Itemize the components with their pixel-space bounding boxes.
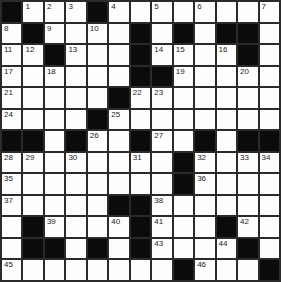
cell-r5-c8[interactable] — [174, 110, 193, 130]
clue-number-45: 45 — [4, 260, 13, 269]
cell-r3-c0[interactable]: 17 — [2, 67, 21, 87]
clue-number-26: 26 — [90, 131, 99, 140]
cell-r7-c1[interactable]: 29 — [23, 153, 42, 173]
cell-r5-c3[interactable] — [66, 110, 85, 130]
cell-r2-c4[interactable] — [88, 45, 107, 65]
cell-r1-c6 — [131, 24, 150, 44]
cell-r7-c12[interactable]: 34 — [260, 153, 279, 173]
clue-number-30: 30 — [68, 153, 77, 162]
cell-r8-c4[interactable] — [88, 174, 107, 194]
clue-number-42: 42 — [240, 217, 249, 226]
crossword-board: 1234567891011121314151617181920212223242… — [0, 0, 281, 282]
cell-r10-c3[interactable] — [66, 217, 85, 237]
cell-r2-c9[interactable] — [195, 45, 214, 65]
cell-r12-c3[interactable] — [66, 260, 85, 280]
cell-r7-c3[interactable]: 30 — [66, 153, 85, 173]
cell-r1-c4[interactable]: 10 — [88, 24, 107, 44]
cell-r2-c6 — [131, 45, 150, 65]
cell-r0-c0 — [2, 2, 21, 22]
cell-r3-c3[interactable] — [66, 67, 85, 87]
cell-r12-c9[interactable]: 46 — [195, 260, 214, 280]
cell-r5-c5[interactable]: 25 — [109, 110, 128, 130]
cell-r12-c8 — [174, 260, 193, 280]
cell-r12-c4[interactable] — [88, 260, 107, 280]
cell-r12-c12 — [260, 260, 279, 280]
cell-r11-c12[interactable] — [260, 239, 279, 259]
cell-r3-c7 — [152, 67, 171, 87]
cell-r7-c9[interactable]: 32 — [195, 153, 214, 173]
cell-r3-c8[interactable]: 19 — [174, 67, 193, 87]
cell-r6-c8[interactable] — [174, 131, 193, 151]
cell-r5-c1[interactable] — [23, 110, 42, 130]
clue-number-38: 38 — [154, 196, 163, 205]
cell-r4-c12[interactable] — [260, 88, 279, 108]
cell-r6-c4[interactable]: 26 — [88, 131, 107, 151]
cell-r6-c7[interactable]: 27 — [152, 131, 171, 151]
cell-r9-c0[interactable]: 37 — [2, 196, 21, 216]
cell-r10-c12[interactable] — [260, 217, 279, 237]
cell-r6-c10[interactable] — [217, 131, 236, 151]
cell-r9-c2[interactable] — [45, 196, 64, 216]
cell-r8-c7[interactable] — [152, 174, 171, 194]
cell-r10-c0[interactable] — [2, 217, 21, 237]
clue-number-4: 4 — [111, 2, 115, 11]
cell-r1-c3[interactable] — [66, 24, 85, 44]
cell-r9-c6 — [131, 196, 150, 216]
cell-r5-c11[interactable] — [238, 110, 257, 130]
cell-r4-c3[interactable] — [66, 88, 85, 108]
cell-r10-c1 — [23, 217, 42, 237]
clue-number-25: 25 — [111, 110, 120, 119]
cell-r11-c1 — [23, 239, 42, 259]
clue-number-31: 31 — [133, 153, 142, 162]
cell-r6-c12 — [260, 131, 279, 151]
cell-r3-c11[interactable]: 20 — [238, 67, 257, 87]
cell-r7-c2[interactable] — [45, 153, 64, 173]
cell-r8-c6[interactable] — [131, 174, 150, 194]
cell-r9-c3[interactable] — [66, 196, 85, 216]
clue-number-34: 34 — [262, 153, 271, 162]
cell-r8-c10[interactable] — [217, 174, 236, 194]
cell-r2-c3[interactable]: 13 — [66, 45, 85, 65]
cell-r3-c10[interactable] — [217, 67, 236, 87]
cell-r11-c7[interactable]: 43 — [152, 239, 171, 259]
cell-r11-c9[interactable] — [195, 239, 214, 259]
cell-r12-c7[interactable] — [152, 260, 171, 280]
clue-number-17: 17 — [4, 67, 13, 76]
cell-r12-c10[interactable] — [217, 260, 236, 280]
cell-r2-c2 — [45, 45, 64, 65]
cell-r0-c10[interactable] — [217, 2, 236, 22]
cell-r7-c10[interactable] — [217, 153, 236, 173]
cell-r9-c11[interactable] — [238, 196, 257, 216]
cell-r10-c9[interactable] — [195, 217, 214, 237]
cell-r11-c3[interactable] — [66, 239, 85, 259]
clue-number-44: 44 — [219, 239, 228, 248]
clue-number-22: 22 — [133, 88, 142, 97]
clue-number-8: 8 — [4, 24, 8, 33]
clue-number-19: 19 — [176, 67, 185, 76]
cell-r7-c0[interactable]: 28 — [2, 153, 21, 173]
cell-r2-c1[interactable]: 12 — [23, 45, 42, 65]
cell-r5-c2[interactable] — [45, 110, 64, 130]
clue-number-40: 40 — [111, 217, 120, 226]
cell-r4-c10[interactable] — [217, 88, 236, 108]
cell-r3-c12[interactable] — [260, 67, 279, 87]
cell-r11-c4 — [88, 239, 107, 259]
cell-r1-c10 — [217, 24, 236, 44]
cell-r5-c4 — [88, 110, 107, 130]
clue-number-5: 5 — [154, 2, 158, 11]
cell-r0-c5[interactable]: 4 — [109, 2, 128, 22]
cell-r2-c8[interactable]: 15 — [174, 45, 193, 65]
cell-r5-c10[interactable] — [217, 110, 236, 130]
clue-number-39: 39 — [47, 217, 56, 226]
cell-r10-c7[interactable]: 41 — [152, 217, 171, 237]
clue-number-36: 36 — [197, 174, 206, 183]
cell-r8-c5[interactable] — [109, 174, 128, 194]
cell-r9-c1[interactable] — [23, 196, 42, 216]
cell-r5-c0[interactable]: 24 — [2, 110, 21, 130]
cell-r7-c11[interactable]: 33 — [238, 153, 257, 173]
cell-r5-c6[interactable] — [131, 110, 150, 130]
cell-r4-c11[interactable] — [238, 88, 257, 108]
clue-number-43: 43 — [154, 239, 163, 248]
cell-r8-c12[interactable] — [260, 174, 279, 194]
cell-r0-c7[interactable]: 5 — [152, 2, 171, 22]
clue-number-14: 14 — [154, 45, 163, 54]
cell-r2-c10[interactable]: 16 — [217, 45, 236, 65]
clue-number-11: 11 — [4, 45, 12, 54]
cell-r0-c8[interactable] — [174, 2, 193, 22]
clue-number-27: 27 — [154, 131, 163, 140]
cell-r10-c5[interactable]: 40 — [109, 217, 128, 237]
cell-r3-c4[interactable] — [88, 67, 107, 87]
cell-r0-c9[interactable]: 6 — [195, 2, 214, 22]
cell-r1-c11 — [238, 24, 257, 44]
cell-r3-c9[interactable] — [195, 67, 214, 87]
clue-number-18: 18 — [47, 67, 56, 76]
cell-r6-c9 — [195, 131, 214, 151]
clue-number-2: 2 — [47, 2, 51, 11]
cell-r0-c12[interactable]: 7 — [260, 2, 279, 22]
cell-r8-c2[interactable] — [45, 174, 64, 194]
clue-number-20: 20 — [240, 67, 249, 76]
cell-r4-c2[interactable] — [45, 88, 64, 108]
cell-r2-c7[interactable]: 14 — [152, 45, 171, 65]
cell-r4-c8[interactable] — [174, 88, 193, 108]
cell-r10-c2[interactable]: 39 — [45, 217, 64, 237]
cell-r4-c4[interactable] — [88, 88, 107, 108]
cell-r12-c1[interactable] — [23, 260, 42, 280]
cell-r2-c11 — [238, 45, 257, 65]
cell-r4-c7[interactable]: 23 — [152, 88, 171, 108]
clue-number-9: 9 — [47, 24, 51, 33]
cell-r5-c7[interactable] — [152, 110, 171, 130]
cell-r10-c8[interactable] — [174, 217, 193, 237]
cell-r1-c12[interactable] — [260, 24, 279, 44]
cell-r1-c0[interactable]: 8 — [2, 24, 21, 44]
cell-r3-c5[interactable] — [109, 67, 128, 87]
cell-r9-c10[interactable] — [217, 196, 236, 216]
cell-r10-c10 — [217, 217, 236, 237]
cell-r0-c1[interactable]: 1 — [23, 2, 42, 22]
clue-number-7: 7 — [262, 2, 266, 11]
cell-r3-c6 — [131, 67, 150, 87]
cell-r0-c4 — [88, 2, 107, 22]
cell-r2-c12[interactable] — [260, 45, 279, 65]
cell-r8-c3[interactable] — [66, 174, 85, 194]
cell-r11-c2 — [45, 239, 64, 259]
cell-r12-c2[interactable] — [45, 260, 64, 280]
cell-r9-c7[interactable]: 38 — [152, 196, 171, 216]
clue-number-15: 15 — [176, 45, 185, 54]
cell-r6-c3 — [66, 131, 85, 151]
cell-r11-c8[interactable] — [174, 239, 193, 259]
cell-r0-c3[interactable]: 3 — [66, 2, 85, 22]
cell-r8-c1[interactable] — [23, 174, 42, 194]
cell-r11-c6 — [131, 239, 150, 259]
clue-number-6: 6 — [197, 2, 201, 11]
cell-r4-c6[interactable]: 22 — [131, 88, 150, 108]
cell-r9-c8[interactable] — [174, 196, 193, 216]
clue-number-37: 37 — [4, 196, 13, 205]
cell-r12-c11[interactable] — [238, 260, 257, 280]
clue-number-3: 3 — [68, 2, 72, 11]
cell-r0-c6[interactable] — [131, 2, 150, 22]
cell-r5-c12[interactable] — [260, 110, 279, 130]
cell-r11-c11 — [238, 239, 257, 259]
cell-r2-c5[interactable] — [109, 45, 128, 65]
cell-r6-c2[interactable] — [45, 131, 64, 151]
cell-r12-c6[interactable] — [131, 260, 150, 280]
cell-r9-c9[interactable] — [195, 196, 214, 216]
clue-number-1: 1 — [25, 2, 29, 11]
cell-r1-c8 — [174, 24, 193, 44]
cell-r8-c0[interactable]: 35 — [2, 174, 21, 194]
cell-r0-c2[interactable]: 2 — [45, 2, 64, 22]
cell-r11-c5[interactable] — [109, 239, 128, 259]
clue-number-13: 13 — [68, 45, 77, 54]
cell-r7-c4[interactable] — [88, 153, 107, 173]
clue-number-41: 41 — [154, 217, 163, 226]
cell-r8-c9[interactable]: 36 — [195, 174, 214, 194]
cell-r0-c11[interactable] — [238, 2, 257, 22]
cell-r9-c5 — [109, 196, 128, 216]
cell-r7-c8 — [174, 153, 193, 173]
cell-r10-c6 — [131, 217, 150, 237]
clue-number-16: 16 — [219, 45, 228, 54]
cell-r6-c5[interactable] — [109, 131, 128, 151]
cell-r1-c2[interactable]: 9 — [45, 24, 64, 44]
cell-r6-c6 — [131, 131, 150, 151]
cell-r4-c0[interactable]: 21 — [2, 88, 21, 108]
cell-r11-c10[interactable]: 44 — [217, 239, 236, 259]
cell-r4-c9[interactable] — [195, 88, 214, 108]
cell-r1-c1 — [23, 24, 42, 44]
cell-r2-c0[interactable]: 11 — [2, 45, 21, 65]
clue-number-12: 12 — [25, 45, 34, 54]
cell-r6-c11 — [238, 131, 257, 151]
cell-r5-c9[interactable] — [195, 110, 214, 130]
cell-r12-c0[interactable]: 45 — [2, 260, 21, 280]
clue-number-24: 24 — [4, 110, 13, 119]
cell-r8-c11[interactable] — [238, 174, 257, 194]
clue-number-35: 35 — [4, 174, 13, 183]
clue-number-28: 28 — [4, 153, 13, 162]
cell-r10-c4[interactable] — [88, 217, 107, 237]
cell-r8-c8 — [174, 174, 193, 194]
cell-r6-c0 — [2, 131, 21, 151]
cell-r1-c5[interactable] — [109, 24, 128, 44]
cell-r1-c7[interactable] — [152, 24, 171, 44]
clue-number-21: 21 — [4, 88, 13, 97]
cell-r3-c1[interactable] — [23, 67, 42, 87]
clue-number-23: 23 — [154, 88, 163, 97]
cell-r9-c4[interactable] — [88, 196, 107, 216]
cell-r4-c5 — [109, 88, 128, 108]
clue-number-10: 10 — [90, 24, 99, 33]
cell-r7-c7[interactable] — [152, 153, 171, 173]
cell-r12-c5[interactable] — [109, 260, 128, 280]
cell-r7-c6[interactable]: 31 — [131, 153, 150, 173]
clue-number-32: 32 — [197, 153, 206, 162]
cell-r1-c9[interactable] — [195, 24, 214, 44]
cell-r10-c11[interactable]: 42 — [238, 217, 257, 237]
cell-r11-c0[interactable] — [2, 239, 21, 259]
cell-r6-c1 — [23, 131, 42, 151]
crossword-puzzle: 1234567891011121314151617181920212223242… — [0, 0, 281, 282]
clue-number-46: 46 — [197, 260, 206, 269]
clue-number-33: 33 — [240, 153, 249, 162]
clue-number-29: 29 — [25, 153, 34, 162]
cell-r4-c1[interactable] — [23, 88, 42, 108]
cell-r3-c2[interactable]: 18 — [45, 67, 64, 87]
cell-r7-c5[interactable] — [109, 153, 128, 173]
cell-r9-c12[interactable] — [260, 196, 279, 216]
